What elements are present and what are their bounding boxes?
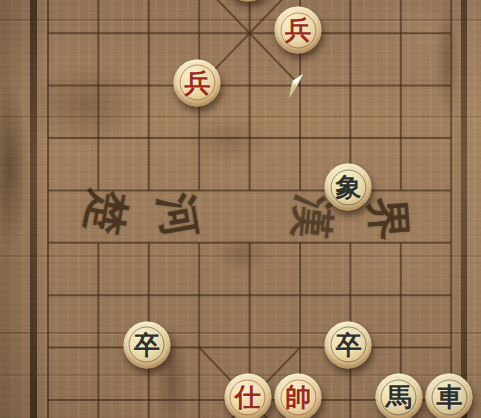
piece-glyph: 卒: [325, 321, 372, 368]
piece-red-advisor-e8[interactable]: 仕: [224, 374, 271, 418]
piece-black-general[interactable]: 將: [224, 0, 271, 1]
board-surface[interactable]: 楚 河 漢 界 將兵兵象卒卒仕帥馬車: [0, 0, 481, 418]
piece-black-soldier-c7[interactable]: 卒: [123, 321, 170, 368]
piece-black-horse-h8[interactable]: 馬: [375, 374, 422, 418]
piece-glyph: 兵: [174, 59, 221, 106]
piece-glyph: 將: [224, 0, 271, 1]
piece-red-general-f8[interactable]: 帥: [275, 374, 322, 418]
board-grid-lines: [0, 0, 481, 418]
piece-glyph: 兵: [275, 7, 322, 54]
piece-glyph: 馬: [375, 374, 422, 418]
piece-black-chariot-i8[interactable]: 車: [426, 374, 473, 418]
piece-glyph: 仕: [224, 374, 271, 418]
xiangqi-board-view: 楚 河 漢 界 將兵兵象卒卒仕帥馬車: [0, 0, 481, 418]
piece-glyph: 卒: [123, 321, 170, 368]
piece-glyph: 帥: [275, 374, 322, 418]
piece-glyph: 車: [426, 374, 473, 418]
piece-black-elephant-g4[interactable]: 象: [325, 164, 372, 211]
piece-red-soldier-f1[interactable]: 兵: [275, 7, 322, 54]
piece-black-soldier-g7[interactable]: 卒: [325, 321, 372, 368]
piece-red-soldier-d2[interactable]: 兵: [174, 59, 221, 106]
piece-glyph: 象: [325, 164, 372, 211]
